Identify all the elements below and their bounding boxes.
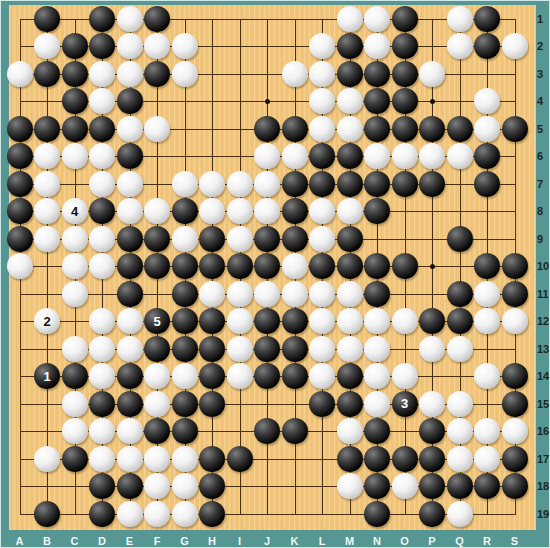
move-4-stone-C8: 4 (62, 198, 88, 224)
black-stone-F9 (144, 226, 170, 252)
white-stone-M11 (337, 281, 363, 307)
white-stone-L12 (309, 308, 335, 334)
white-stone-Q1 (447, 6, 473, 32)
row-label-15: 15 (537, 398, 549, 410)
star-point (430, 264, 435, 269)
black-stone-G10 (172, 253, 198, 279)
row-label-7: 7 (537, 178, 543, 190)
white-stone-M5 (337, 116, 363, 142)
black-stone-R18 (474, 473, 500, 499)
white-stone-K3 (282, 61, 308, 87)
white-stone-M1 (337, 6, 363, 32)
white-stone-N15 (364, 391, 390, 417)
black-stone-C3 (62, 61, 88, 87)
white-stone-C13 (62, 336, 88, 362)
black-stone-S11 (502, 281, 528, 307)
white-stone-I7 (227, 171, 253, 197)
white-stone-L8 (309, 198, 335, 224)
white-stone-B17 (34, 446, 60, 472)
black-stone-Q18 (447, 473, 473, 499)
black-stone-S15 (502, 391, 528, 417)
white-stone-R5 (474, 116, 500, 142)
white-stone-M12 (337, 308, 363, 334)
row-label-2: 2 (537, 40, 543, 52)
column-label-M: M (345, 535, 354, 547)
black-stone-H14 (199, 363, 225, 389)
white-stone-L14 (309, 363, 335, 389)
row-label-11: 11 (537, 288, 549, 300)
black-stone-J12 (254, 308, 280, 334)
row-label-4: 4 (537, 95, 543, 107)
black-stone-A9 (7, 226, 33, 252)
column-label-E: E (126, 535, 133, 547)
black-stone-M7 (337, 171, 363, 197)
black-stone-S18 (502, 473, 528, 499)
white-stone-L3 (309, 61, 335, 87)
black-stone-E10 (117, 253, 143, 279)
white-stone-F8 (144, 198, 170, 224)
black-stone-Q9 (447, 226, 473, 252)
white-stone-K10 (282, 253, 308, 279)
white-stone-C6 (62, 143, 88, 169)
black-stone-L10 (309, 253, 335, 279)
black-stone-R6 (474, 143, 500, 169)
white-stone-E3 (117, 61, 143, 87)
black-stone-P5 (419, 116, 445, 142)
white-stone-L4 (309, 88, 335, 114)
column-label-S: S (511, 535, 518, 547)
black-stone-Q5 (447, 116, 473, 142)
white-stone-M13 (337, 336, 363, 362)
black-stone-H13 (199, 336, 225, 362)
white-stone-D6 (89, 143, 115, 169)
black-stone-B1 (34, 6, 60, 32)
column-label-A: A (16, 535, 24, 547)
white-stone-E1 (117, 6, 143, 32)
white-stone-P13 (419, 336, 445, 362)
black-stone-E4 (117, 88, 143, 114)
white-stone-R11 (474, 281, 500, 307)
row-label-5: 5 (537, 123, 543, 135)
black-stone-N3 (364, 61, 390, 87)
white-stone-E16 (117, 418, 143, 444)
column-label-R: R (483, 535, 491, 547)
white-stone-S16 (502, 418, 528, 444)
white-stone-G17 (172, 446, 198, 472)
black-stone-H9 (199, 226, 225, 252)
white-stone-R16 (474, 418, 500, 444)
white-stone-Q16 (447, 418, 473, 444)
black-stone-J14 (254, 363, 280, 389)
white-stone-D13 (89, 336, 115, 362)
white-stone-D9 (89, 226, 115, 252)
white-stone-P3 (419, 61, 445, 87)
black-stone-P16 (419, 418, 445, 444)
black-stone-K14 (282, 363, 308, 389)
column-label-L: L (319, 535, 326, 547)
white-stone-E12 (117, 308, 143, 334)
white-stone-I14 (227, 363, 253, 389)
white-stone-K6 (282, 143, 308, 169)
move-3-stone-O15: 3 (392, 391, 418, 417)
row-label-18: 18 (537, 480, 549, 492)
white-stone-Q19 (447, 501, 473, 527)
black-stone-S10 (502, 253, 528, 279)
white-stone-C15 (62, 391, 88, 417)
white-stone-B9 (34, 226, 60, 252)
black-stone-C4 (62, 88, 88, 114)
black-stone-N19 (364, 501, 390, 527)
black-stone-A7 (7, 171, 33, 197)
white-stone-O18 (392, 473, 418, 499)
black-stone-O1 (392, 6, 418, 32)
white-stone-S12 (502, 308, 528, 334)
white-stone-M18 (337, 473, 363, 499)
black-stone-E6 (117, 143, 143, 169)
row-label-6: 6 (537, 150, 543, 162)
white-stone-L13 (309, 336, 335, 362)
black-stone-F13 (144, 336, 170, 362)
black-stone-P12 (419, 308, 445, 334)
column-label-N: N (373, 535, 381, 547)
white-stone-M16 (337, 418, 363, 444)
white-stone-H7 (199, 171, 225, 197)
white-stone-J6 (254, 143, 280, 169)
black-stone-H12 (199, 308, 225, 334)
white-stone-L2 (309, 33, 335, 59)
black-stone-Q12 (447, 308, 473, 334)
black-stone-K8 (282, 198, 308, 224)
black-stone-E18 (117, 473, 143, 499)
black-stone-P19 (419, 501, 445, 527)
black-stone-K12 (282, 308, 308, 334)
black-stone-S14 (502, 363, 528, 389)
white-stone-N14 (364, 363, 390, 389)
white-stone-C16 (62, 418, 88, 444)
black-stone-D15 (89, 391, 115, 417)
column-label-H: H (208, 535, 216, 547)
white-stone-E13 (117, 336, 143, 362)
black-stone-N16 (364, 418, 390, 444)
white-stone-E5 (117, 116, 143, 142)
white-stone-N12 (364, 308, 390, 334)
black-stone-M6 (337, 143, 363, 169)
white-stone-D16 (89, 418, 115, 444)
white-stone-B6 (34, 143, 60, 169)
black-stone-K13 (282, 336, 308, 362)
white-stone-G19 (172, 501, 198, 527)
white-stone-C11 (62, 281, 88, 307)
column-label-B: B (43, 535, 51, 547)
white-stone-Q13 (447, 336, 473, 362)
black-stone-S5 (502, 116, 528, 142)
black-stone-J13 (254, 336, 280, 362)
black-stone-R1 (474, 6, 500, 32)
white-stone-R14 (474, 363, 500, 389)
black-stone-P18 (419, 473, 445, 499)
white-stone-F15 (144, 391, 170, 417)
row-label-14: 14 (537, 370, 549, 382)
black-stone-K16 (282, 418, 308, 444)
black-stone-M14 (337, 363, 363, 389)
row-label-1: 1 (537, 13, 543, 25)
black-stone-H18 (199, 473, 225, 499)
white-stone-O6 (392, 143, 418, 169)
black-stone-O5 (392, 116, 418, 142)
white-stone-C9 (62, 226, 88, 252)
black-stone-K7 (282, 171, 308, 197)
white-stone-M8 (337, 198, 363, 224)
black-stone-J10 (254, 253, 280, 279)
black-stone-O4 (392, 88, 418, 114)
black-stone-O10 (392, 253, 418, 279)
move-5-stone-F12: 5 (144, 308, 170, 334)
black-stone-L15 (309, 391, 335, 417)
row-label-16: 16 (537, 425, 549, 437)
white-stone-J11 (254, 281, 280, 307)
white-stone-B7 (34, 171, 60, 197)
black-stone-N11 (364, 281, 390, 307)
black-stone-O2 (392, 33, 418, 59)
board-frame: 42513 ABCDEFGHIJKLMNOPQRS 12345678910111… (0, 0, 550, 548)
white-stone-N1 (364, 6, 390, 32)
black-stone-E11 (117, 281, 143, 307)
black-stone-C14 (62, 363, 88, 389)
white-stone-H11 (199, 281, 225, 307)
star-point (430, 99, 435, 104)
black-stone-G12 (172, 308, 198, 334)
white-stone-F17 (144, 446, 170, 472)
black-stone-C2 (62, 33, 88, 59)
black-stone-A5 (7, 116, 33, 142)
black-stone-M17 (337, 446, 363, 472)
white-stone-R4 (474, 88, 500, 114)
black-stone-G15 (172, 391, 198, 417)
column-label-Q: Q (455, 535, 464, 547)
white-stone-I13 (227, 336, 253, 362)
white-stone-B2 (34, 33, 60, 59)
move-1-stone-B14: 1 (34, 363, 60, 389)
black-stone-H10 (199, 253, 225, 279)
black-stone-D5 (89, 116, 115, 142)
white-stone-E2 (117, 33, 143, 59)
white-stone-O14 (392, 363, 418, 389)
white-stone-F2 (144, 33, 170, 59)
black-stone-I10 (227, 253, 253, 279)
white-stone-F19 (144, 501, 170, 527)
black-stone-E9 (117, 226, 143, 252)
black-stone-I17 (227, 446, 253, 472)
white-stone-S2 (502, 33, 528, 59)
black-stone-D18 (89, 473, 115, 499)
white-stone-D10 (89, 253, 115, 279)
black-stone-B3 (34, 61, 60, 87)
black-stone-R2 (474, 33, 500, 59)
black-stone-K9 (282, 226, 308, 252)
white-stone-D4 (89, 88, 115, 114)
white-stone-E7 (117, 171, 143, 197)
black-stone-F10 (144, 253, 170, 279)
black-stone-O7 (392, 171, 418, 197)
white-stone-Q17 (447, 446, 473, 472)
black-stone-J9 (254, 226, 280, 252)
black-stone-F16 (144, 418, 170, 444)
black-stone-H17 (199, 446, 225, 472)
white-stone-L5 (309, 116, 335, 142)
black-stone-P17 (419, 446, 445, 472)
black-stone-J16 (254, 418, 280, 444)
black-stone-F3 (144, 61, 170, 87)
column-label-K: K (291, 535, 299, 547)
black-stone-G8 (172, 198, 198, 224)
white-stone-R17 (474, 446, 500, 472)
column-label-C: C (71, 535, 79, 547)
white-stone-F18 (144, 473, 170, 499)
row-label-12: 12 (537, 315, 549, 327)
black-stone-O17 (392, 446, 418, 472)
white-stone-Q6 (447, 143, 473, 169)
black-stone-B19 (34, 501, 60, 527)
row-label-13: 13 (537, 343, 549, 355)
white-stone-C10 (62, 253, 88, 279)
black-stone-G11 (172, 281, 198, 307)
black-stone-E14 (117, 363, 143, 389)
white-stone-D3 (89, 61, 115, 87)
white-stone-K11 (282, 281, 308, 307)
black-stone-N4 (364, 88, 390, 114)
black-stone-H15 (199, 391, 225, 417)
white-stone-A3 (7, 61, 33, 87)
row-label-3: 3 (537, 68, 543, 80)
black-stone-P7 (419, 171, 445, 197)
black-stone-L6 (309, 143, 335, 169)
black-stone-K5 (282, 116, 308, 142)
black-stone-D2 (89, 33, 115, 59)
black-stone-G13 (172, 336, 198, 362)
black-stone-M10 (337, 253, 363, 279)
black-stone-M2 (337, 33, 363, 59)
black-stone-L7 (309, 171, 335, 197)
black-stone-N10 (364, 253, 390, 279)
black-stone-N8 (364, 198, 390, 224)
black-stone-E15 (117, 391, 143, 417)
white-stone-N6 (364, 143, 390, 169)
row-label-10: 10 (537, 260, 549, 272)
white-stone-Q15 (447, 391, 473, 417)
black-stone-F1 (144, 6, 170, 32)
white-stone-P6 (419, 143, 445, 169)
white-stone-D14 (89, 363, 115, 389)
white-stone-E19 (117, 501, 143, 527)
white-stone-G3 (172, 61, 198, 87)
white-stone-G2 (172, 33, 198, 59)
white-stone-O12 (392, 308, 418, 334)
white-stone-L11 (309, 281, 335, 307)
star-point (265, 99, 270, 104)
white-stone-Q2 (447, 33, 473, 59)
white-stone-H8 (199, 198, 225, 224)
white-stone-N2 (364, 33, 390, 59)
black-stone-D1 (89, 6, 115, 32)
black-stone-N7 (364, 171, 390, 197)
black-stone-N5 (364, 116, 390, 142)
white-stone-M4 (337, 88, 363, 114)
white-stone-I8 (227, 198, 253, 224)
column-label-G: G (180, 535, 189, 547)
black-stone-R7 (474, 171, 500, 197)
white-stone-E8 (117, 198, 143, 224)
white-stone-J7 (254, 171, 280, 197)
white-stone-D7 (89, 171, 115, 197)
white-stone-D17 (89, 446, 115, 472)
black-stone-Q11 (447, 281, 473, 307)
white-stone-D12 (89, 308, 115, 334)
black-stone-M9 (337, 226, 363, 252)
row-label-17: 17 (537, 453, 549, 465)
black-stone-D8 (89, 198, 115, 224)
white-stone-A10 (7, 253, 33, 279)
row-label-19: 19 (537, 508, 549, 520)
black-stone-B5 (34, 116, 60, 142)
white-stone-F5 (144, 116, 170, 142)
white-stone-R12 (474, 308, 500, 334)
go-app-window: 42513 ABCDEFGHIJKLMNOPQRS 12345678910111… (0, 0, 550, 548)
white-stone-G18 (172, 473, 198, 499)
black-stone-C5 (62, 116, 88, 142)
column-label-I: I (238, 535, 241, 547)
black-stone-N18 (364, 473, 390, 499)
column-label-O: O (400, 535, 409, 547)
black-stone-G16 (172, 418, 198, 444)
column-label-F: F (154, 535, 161, 547)
black-stone-A6 (7, 143, 33, 169)
white-stone-N13 (364, 336, 390, 362)
white-stone-I12 (227, 308, 253, 334)
white-stone-B8 (34, 198, 60, 224)
move-2-stone-B12: 2 (34, 308, 60, 334)
black-stone-M15 (337, 391, 363, 417)
black-stone-H19 (199, 501, 225, 527)
black-stone-C17 (62, 446, 88, 472)
black-stone-R10 (474, 253, 500, 279)
go-board[interactable]: 42513 (9, 5, 536, 530)
column-label-J: J (264, 535, 270, 547)
black-stone-A8 (7, 198, 33, 224)
white-stone-F14 (144, 363, 170, 389)
black-stone-S17 (502, 446, 528, 472)
white-stone-I9 (227, 226, 253, 252)
row-label-9: 9 (537, 233, 543, 245)
white-stone-E17 (117, 446, 143, 472)
white-stone-J8 (254, 198, 280, 224)
white-stone-G9 (172, 226, 198, 252)
white-stone-G14 (172, 363, 198, 389)
black-stone-J5 (254, 116, 280, 142)
black-stone-N17 (364, 446, 390, 472)
white-stone-G7 (172, 171, 198, 197)
white-stone-L9 (309, 226, 335, 252)
black-stone-M3 (337, 61, 363, 87)
white-stone-I11 (227, 281, 253, 307)
black-stone-O3 (392, 61, 418, 87)
column-label-D: D (98, 535, 106, 547)
white-stone-P15 (419, 391, 445, 417)
row-label-8: 8 (537, 205, 543, 217)
column-label-P: P (428, 535, 435, 547)
black-stone-D19 (89, 501, 115, 527)
